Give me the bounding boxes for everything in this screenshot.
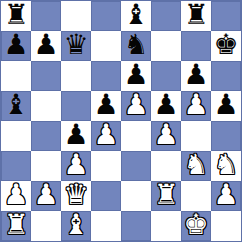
square-d2[interactable] <box>91 181 121 211</box>
square-h4[interactable] <box>211 121 241 151</box>
piece-white-knight[interactable]: ♞ <box>213 151 238 179</box>
piece-black-pawn[interactable]: ♟ <box>93 91 118 119</box>
square-a1[interactable]: ♜ <box>1 211 31 241</box>
square-c1[interactable]: ♝ <box>61 211 91 241</box>
square-e1[interactable] <box>121 211 151 241</box>
square-e8[interactable]: ♝ <box>121 1 151 31</box>
square-a5[interactable]: ♝ <box>1 91 31 121</box>
piece-black-pawn[interactable]: ♟ <box>153 91 178 119</box>
piece-black-pawn[interactable]: ♟ <box>123 61 148 89</box>
square-d1[interactable] <box>91 211 121 241</box>
piece-black-pawn[interactable]: ♟ <box>213 91 238 119</box>
piece-white-pawn[interactable]: ♟ <box>63 151 88 179</box>
square-d4[interactable]: ♟ <box>91 121 121 151</box>
square-d6[interactable] <box>91 61 121 91</box>
square-h5[interactable]: ♟ <box>211 91 241 121</box>
square-d7[interactable] <box>91 31 121 61</box>
piece-white-pawn[interactable]: ♟ <box>213 181 238 209</box>
square-a2[interactable]: ♟ <box>1 181 31 211</box>
piece-black-rook[interactable]: ♜ <box>3 1 28 29</box>
piece-black-pawn[interactable]: ♟ <box>183 61 208 89</box>
square-g6[interactable]: ♟ <box>181 61 211 91</box>
square-c7[interactable]: ♛ <box>61 31 91 61</box>
piece-white-queen[interactable]: ♛ <box>63 181 88 209</box>
square-c3[interactable]: ♟ <box>61 151 91 181</box>
piece-black-pawn[interactable]: ♟ <box>3 31 28 59</box>
square-b4[interactable] <box>31 121 61 151</box>
square-h6[interactable] <box>211 61 241 91</box>
square-f3[interactable] <box>151 151 181 181</box>
square-e7[interactable]: ♞ <box>121 31 151 61</box>
square-f4[interactable]: ♟ <box>151 121 181 151</box>
square-a7[interactable]: ♟ <box>1 31 31 61</box>
square-g5[interactable]: ♟ <box>181 91 211 121</box>
square-a3[interactable] <box>1 151 31 181</box>
square-c5[interactable] <box>61 91 91 121</box>
piece-black-king[interactable]: ♚ <box>213 31 238 59</box>
chess-board: ♜♝♜♟♟♛♞♚♟♟♝♟♟♟♟♟♟♟♟♟♞♞♟♟♛♜♟♜♝♚ <box>0 0 242 242</box>
piece-white-rook[interactable]: ♜ <box>153 181 178 209</box>
square-b2[interactable]: ♟ <box>31 181 61 211</box>
square-g3[interactable]: ♞ <box>181 151 211 181</box>
square-b3[interactable] <box>31 151 61 181</box>
square-g8[interactable]: ♜ <box>181 1 211 31</box>
piece-white-pawn[interactable]: ♟ <box>93 121 118 149</box>
square-b5[interactable] <box>31 91 61 121</box>
square-e2[interactable] <box>121 181 151 211</box>
square-h2[interactable]: ♟ <box>211 181 241 211</box>
square-f1[interactable] <box>151 211 181 241</box>
piece-black-knight[interactable]: ♞ <box>123 31 148 59</box>
square-f7[interactable] <box>151 31 181 61</box>
square-b7[interactable]: ♟ <box>31 31 61 61</box>
piece-white-rook[interactable]: ♜ <box>3 211 28 239</box>
piece-white-knight[interactable]: ♞ <box>183 151 208 179</box>
square-e4[interactable] <box>121 121 151 151</box>
square-c2[interactable]: ♛ <box>61 181 91 211</box>
square-e5[interactable]: ♟ <box>121 91 151 121</box>
square-g1[interactable]: ♚ <box>181 211 211 241</box>
piece-white-pawn[interactable]: ♟ <box>183 91 208 119</box>
square-b6[interactable] <box>31 61 61 91</box>
piece-white-king[interactable]: ♚ <box>183 211 208 239</box>
square-f5[interactable]: ♟ <box>151 91 181 121</box>
piece-black-pawn[interactable]: ♟ <box>33 31 58 59</box>
square-h3[interactable]: ♞ <box>211 151 241 181</box>
square-d5[interactable]: ♟ <box>91 91 121 121</box>
square-f6[interactable] <box>151 61 181 91</box>
square-b8[interactable] <box>31 1 61 31</box>
square-d8[interactable] <box>91 1 121 31</box>
square-b1[interactable] <box>31 211 61 241</box>
square-e6[interactable]: ♟ <box>121 61 151 91</box>
square-g7[interactable] <box>181 31 211 61</box>
piece-black-queen[interactable]: ♛ <box>63 31 88 59</box>
piece-black-bishop[interactable]: ♝ <box>123 1 148 29</box>
square-c4[interactable]: ♟ <box>61 121 91 151</box>
piece-black-rook[interactable]: ♜ <box>183 1 208 29</box>
square-f2[interactable]: ♜ <box>151 181 181 211</box>
piece-white-pawn[interactable]: ♟ <box>153 121 178 149</box>
piece-white-pawn[interactable]: ♟ <box>33 181 58 209</box>
square-h7[interactable]: ♚ <box>211 31 241 61</box>
piece-black-pawn[interactable]: ♟ <box>63 121 88 149</box>
piece-black-bishop[interactable]: ♝ <box>3 91 28 119</box>
square-a6[interactable] <box>1 61 31 91</box>
square-a8[interactable]: ♜ <box>1 1 31 31</box>
square-g2[interactable] <box>181 181 211 211</box>
piece-white-pawn[interactable]: ♟ <box>123 91 148 119</box>
square-h1[interactable] <box>211 211 241 241</box>
square-d3[interactable] <box>91 151 121 181</box>
square-c8[interactable] <box>61 1 91 31</box>
square-c6[interactable] <box>61 61 91 91</box>
square-f8[interactable] <box>151 1 181 31</box>
square-e3[interactable] <box>121 151 151 181</box>
square-h8[interactable] <box>211 1 241 31</box>
piece-white-pawn[interactable]: ♟ <box>3 181 28 209</box>
square-g4[interactable] <box>181 121 211 151</box>
square-a4[interactable] <box>1 121 31 151</box>
piece-white-bishop[interactable]: ♝ <box>63 211 88 239</box>
